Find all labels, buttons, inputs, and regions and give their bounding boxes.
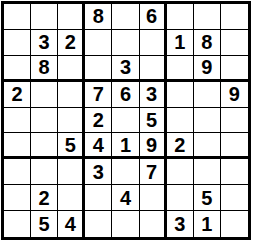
cell-r3c7[interactable] [167,56,194,82]
cell-r9c1[interactable] [4,211,31,237]
cell-r2c8[interactable]: 8 [194,30,221,56]
cell-r5c9[interactable] [221,108,248,134]
cell-r1c1[interactable] [4,4,31,30]
cell-r2c4[interactable] [85,30,112,56]
cell-r1c4[interactable]: 8 [85,4,112,30]
cell-r6c7[interactable]: 2 [167,133,194,159]
cell-r4c3[interactable] [58,82,85,108]
cell-r3c1[interactable] [4,56,31,82]
cell-r1c6[interactable]: 6 [140,4,167,30]
cell-r6c8[interactable] [194,133,221,159]
cell-r4c2[interactable] [31,82,58,108]
cell-r2c6[interactable] [140,30,167,56]
cell-r5c3[interactable] [58,108,85,134]
cell-r4c7[interactable] [167,82,194,108]
cell-r3c4[interactable] [85,56,112,82]
cell-r9c9[interactable] [221,211,248,237]
cell-r5c8[interactable] [194,108,221,134]
cell-r3c5[interactable]: 3 [112,56,139,82]
cell-r1c5[interactable] [112,4,139,30]
cell-r8c1[interactable] [4,185,31,211]
cell-r9c4[interactable] [85,211,112,237]
cell-r6c4[interactable]: 4 [85,133,112,159]
cell-r5c6[interactable]: 5 [140,108,167,134]
cell-r1c8[interactable] [194,4,221,30]
cell-r5c5[interactable] [112,108,139,134]
cell-r6c2[interactable] [31,133,58,159]
cell-r9c7[interactable]: 3 [167,211,194,237]
cell-r6c6[interactable]: 9 [140,133,167,159]
cell-r3c3[interactable] [58,56,85,82]
cell-r9c6[interactable] [140,211,167,237]
cell-r6c9[interactable] [221,133,248,159]
cell-r9c3[interactable]: 4 [58,211,85,237]
cell-r5c1[interactable] [4,108,31,134]
cell-r9c8[interactable]: 1 [194,211,221,237]
cell-r1c7[interactable] [167,4,194,30]
cell-r5c4[interactable]: 2 [85,108,112,134]
cell-r4c6[interactable]: 3 [140,82,167,108]
cell-r9c5[interactable] [112,211,139,237]
cell-r6c3[interactable]: 5 [58,133,85,159]
cell-r7c8[interactable] [194,159,221,185]
cell-r2c7[interactable]: 1 [167,30,194,56]
cell-r2c9[interactable] [221,30,248,56]
cell-r2c2[interactable]: 3 [31,30,58,56]
cell-r2c1[interactable] [4,30,31,56]
cell-r6c5[interactable]: 1 [112,133,139,159]
cell-r8c6[interactable] [140,185,167,211]
cell-r3c8[interactable]: 9 [194,56,221,82]
cell-r4c1[interactable]: 2 [4,82,31,108]
cell-r7c7[interactable] [167,159,194,185]
cell-r3c2[interactable]: 8 [31,56,58,82]
cell-r7c4[interactable]: 3 [85,159,112,185]
cell-r7c9[interactable] [221,159,248,185]
cell-r4c8[interactable] [194,82,221,108]
cell-r7c2[interactable] [31,159,58,185]
cell-r5c2[interactable] [31,108,58,134]
cell-r6c1[interactable] [4,133,31,159]
cell-r4c4[interactable]: 7 [85,82,112,108]
cell-r9c2[interactable]: 5 [31,211,58,237]
cell-r8c5[interactable]: 4 [112,185,139,211]
cell-r8c4[interactable] [85,185,112,211]
sudoku-board: 863218839276392554192372455431 [1,1,251,240]
cell-r1c3[interactable] [58,4,85,30]
cell-r7c6[interactable]: 7 [140,159,167,185]
cell-r7c1[interactable] [4,159,31,185]
cell-r2c5[interactable] [112,30,139,56]
cell-r7c5[interactable] [112,159,139,185]
cell-r3c6[interactable] [140,56,167,82]
cell-r7c3[interactable] [58,159,85,185]
cell-r8c9[interactable] [221,185,248,211]
cell-r4c5[interactable]: 6 [112,82,139,108]
cell-r1c2[interactable] [31,4,58,30]
cell-r3c9[interactable] [221,56,248,82]
cell-r2c3[interactable]: 2 [58,30,85,56]
cell-r1c9[interactable] [221,4,248,30]
cell-r8c7[interactable] [167,185,194,211]
cell-r8c3[interactable] [58,185,85,211]
cell-r4c9[interactable]: 9 [221,82,248,108]
cell-r8c8[interactable]: 5 [194,185,221,211]
cell-r8c2[interactable]: 2 [31,185,58,211]
cell-r5c7[interactable] [167,108,194,134]
